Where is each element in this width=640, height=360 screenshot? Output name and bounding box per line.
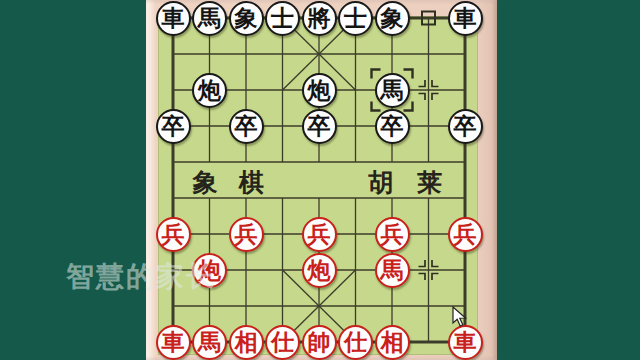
piece-black-soldier[interactable]: 卒 <box>375 109 410 144</box>
piece-red-elephant[interactable]: 相 <box>375 325 410 360</box>
piece-red-soldier[interactable]: 兵 <box>375 217 410 252</box>
video-frame: 象 棋 胡 莱 車馬象士將士象車炮炮馬卒卒卒卒卒兵兵兵兵兵炮炮馬車馬相仕帥仕相車… <box>0 0 640 360</box>
piece-black-soldier[interactable]: 卒 <box>156 109 191 144</box>
piece-black-cannon[interactable]: 炮 <box>302 73 337 108</box>
river-inscription-char: 胡 <box>366 166 396 199</box>
piece-red-soldier[interactable]: 兵 <box>156 217 191 252</box>
piece-red-cannon[interactable]: 炮 <box>302 253 337 288</box>
piece-black-chariot[interactable]: 車 <box>448 1 483 36</box>
piece-black-horse[interactable]: 馬 <box>192 1 227 36</box>
piece-black-general[interactable]: 將 <box>302 1 337 36</box>
piece-red-advisor[interactable]: 仕 <box>265 325 300 360</box>
piece-black-advisor[interactable]: 士 <box>338 1 373 36</box>
mouse-cursor-icon <box>452 306 468 328</box>
piece-red-soldier[interactable]: 兵 <box>448 217 483 252</box>
river-inscription-char: 棋 <box>236 166 266 199</box>
piece-black-elephant[interactable]: 象 <box>375 1 410 36</box>
piece-red-horse[interactable]: 馬 <box>375 253 410 288</box>
river-inscription-char: 象 <box>190 166 220 199</box>
river-inscription-char: 莱 <box>415 166 445 199</box>
piece-red-chariot[interactable]: 車 <box>156 325 191 360</box>
piece-red-elephant[interactable]: 相 <box>229 325 264 360</box>
piece-red-advisor[interactable]: 仕 <box>338 325 373 360</box>
piece-black-chariot[interactable]: 車 <box>156 1 191 36</box>
piece-red-soldier[interactable]: 兵 <box>229 217 264 252</box>
piece-red-horse[interactable]: 馬 <box>192 325 227 360</box>
piece-black-soldier[interactable]: 卒 <box>302 109 337 144</box>
piece-black-advisor[interactable]: 士 <box>265 1 300 36</box>
watermark-text: 智慧的家长 <box>66 258 216 296</box>
piece-red-chariot[interactable]: 車 <box>448 325 483 360</box>
piece-black-soldier[interactable]: 卒 <box>448 109 483 144</box>
piece-black-soldier[interactable]: 卒 <box>229 109 264 144</box>
piece-black-elephant[interactable]: 象 <box>229 1 264 36</box>
piece-black-cannon[interactable]: 炮 <box>192 73 227 108</box>
piece-red-general[interactable]: 帥 <box>302 325 337 360</box>
piece-red-soldier[interactable]: 兵 <box>302 217 337 252</box>
piece-black-horse[interactable]: 馬 <box>375 73 410 108</box>
